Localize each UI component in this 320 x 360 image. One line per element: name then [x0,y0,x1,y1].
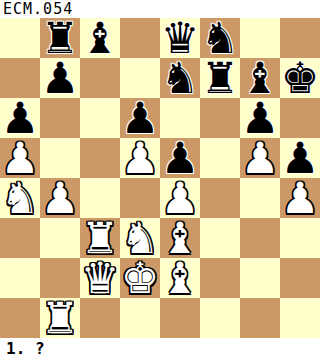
square-g6[interactable]: ♟ [240,98,280,138]
square-f4[interactable] [200,178,240,218]
piece-white-king: ♚ [121,258,160,298]
square-b3[interactable] [40,218,80,258]
piece-black-knight: ♞ [161,58,200,98]
piece-black-rook: ♜ [201,58,240,98]
square-b5[interactable] [40,138,80,178]
square-f8[interactable]: ♞ [200,18,240,58]
diagram-title: ECM.054 [3,0,73,18]
piece-black-pawn: ♟ [121,98,160,138]
piece-black-king: ♚ [281,58,320,98]
square-g2[interactable] [240,258,280,298]
piece-white-pawn: ♟ [281,178,320,218]
square-d2[interactable]: ♚ [120,258,160,298]
square-e1[interactable] [160,298,200,338]
square-f3[interactable] [200,218,240,258]
piece-black-bishop: ♝ [241,58,280,98]
square-d4[interactable] [120,178,160,218]
square-d8[interactable] [120,18,160,58]
piece-white-knight: ♞ [1,178,40,218]
square-h8[interactable] [280,18,320,58]
square-a3[interactable] [0,218,40,258]
square-g1[interactable] [240,298,280,338]
square-e3[interactable]: ♝ [160,218,200,258]
square-e5[interactable]: ♟ [160,138,200,178]
piece-white-pawn: ♟ [1,138,40,178]
square-b7[interactable]: ♟ [40,58,80,98]
piece-black-pawn: ♟ [41,58,80,98]
square-d7[interactable] [120,58,160,98]
square-a7[interactable] [0,58,40,98]
square-f5[interactable] [200,138,240,178]
square-a4[interactable]: ♞ [0,178,40,218]
square-e4[interactable]: ♟ [160,178,200,218]
square-e6[interactable] [160,98,200,138]
piece-white-rook: ♜ [81,218,120,258]
square-d1[interactable] [120,298,160,338]
piece-black-pawn: ♟ [281,138,320,178]
square-f2[interactable] [200,258,240,298]
piece-black-bishop: ♝ [81,18,120,58]
square-a5[interactable]: ♟ [0,138,40,178]
piece-black-knight: ♞ [201,18,240,58]
piece-black-queen: ♛ [161,18,200,58]
square-h7[interactable]: ♚ [280,58,320,98]
square-c8[interactable]: ♝ [80,18,120,58]
piece-white-rook: ♜ [41,298,80,338]
piece-black-pawn: ♟ [1,98,40,138]
square-g7[interactable]: ♝ [240,58,280,98]
square-c5[interactable] [80,138,120,178]
square-c4[interactable] [80,178,120,218]
square-a8[interactable] [0,18,40,58]
square-e8[interactable]: ♛ [160,18,200,58]
square-d3[interactable]: ♞ [120,218,160,258]
square-f6[interactable] [200,98,240,138]
square-g5[interactable]: ♟ [240,138,280,178]
piece-white-pawn: ♟ [41,178,80,218]
square-b2[interactable] [40,258,80,298]
square-c2[interactable]: ♛ [80,258,120,298]
square-h5[interactable]: ♟ [280,138,320,178]
square-e7[interactable]: ♞ [160,58,200,98]
piece-white-pawn: ♟ [161,178,200,218]
square-h3[interactable] [280,218,320,258]
piece-white-pawn: ♟ [241,138,280,178]
square-b8[interactable]: ♜ [40,18,80,58]
chess-board: ♜♝♛♞♟♞♜♝♚♟♟♟♟♟♟♟♟♞♟♟♟♜♞♝♛♚♝♜ [0,18,320,338]
square-f1[interactable] [200,298,240,338]
square-g4[interactable] [240,178,280,218]
square-d5[interactable]: ♟ [120,138,160,178]
piece-white-pawn: ♟ [121,138,160,178]
square-d6[interactable]: ♟ [120,98,160,138]
square-c3[interactable]: ♜ [80,218,120,258]
piece-white-bishop: ♝ [161,258,200,298]
square-a2[interactable] [0,258,40,298]
square-c7[interactable] [80,58,120,98]
square-f7[interactable]: ♜ [200,58,240,98]
square-a1[interactable] [0,298,40,338]
square-h2[interactable] [280,258,320,298]
piece-black-pawn: ♟ [161,138,200,178]
piece-black-pawn: ♟ [241,98,280,138]
square-c1[interactable] [80,298,120,338]
move-prompt: 1. ? [6,339,45,358]
piece-white-knight: ♞ [121,218,160,258]
square-e2[interactable]: ♝ [160,258,200,298]
square-c6[interactable] [80,98,120,138]
square-h6[interactable] [280,98,320,138]
square-b4[interactable]: ♟ [40,178,80,218]
square-b6[interactable] [40,98,80,138]
piece-white-bishop: ♝ [161,218,200,258]
piece-black-rook: ♜ [41,18,80,58]
square-h4[interactable]: ♟ [280,178,320,218]
square-h1[interactable] [280,298,320,338]
square-a6[interactable]: ♟ [0,98,40,138]
square-g3[interactable] [240,218,280,258]
square-b1[interactable]: ♜ [40,298,80,338]
square-g8[interactable] [240,18,280,58]
piece-white-queen: ♛ [81,258,120,298]
